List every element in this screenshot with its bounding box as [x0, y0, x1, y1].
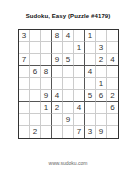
cell-r4c7: 4	[85, 66, 96, 78]
cell-r4c5	[63, 66, 74, 78]
cell-r9c7: 3	[85, 126, 96, 138]
cell-r5c2	[30, 78, 41, 90]
page-title: Sudoku, Easy (Puzzle #4179)	[0, 13, 136, 19]
cell-r1c2	[30, 30, 41, 42]
cell-r3c3	[41, 54, 52, 66]
cell-r4c9	[107, 66, 118, 78]
cell-r2c3	[41, 42, 52, 54]
cell-r5c4	[52, 78, 63, 90]
cell-r9c1	[19, 126, 30, 138]
cell-r8c6	[74, 114, 85, 126]
cell-r5c1	[19, 78, 30, 90]
cell-r2c6: 1	[74, 42, 85, 54]
cell-r7c4: 2	[52, 102, 63, 114]
cell-r9c8: 9	[96, 126, 107, 138]
cell-r8c8	[96, 114, 107, 126]
cell-r6c7: 5	[85, 90, 96, 102]
cell-r2c8: 3	[96, 42, 107, 54]
cell-r4c6	[74, 66, 85, 78]
cell-r9c4	[52, 126, 63, 138]
cell-r6c1	[19, 90, 30, 102]
cell-r4c1	[19, 66, 30, 78]
cell-r8c2	[30, 114, 41, 126]
cell-r1c1: 3	[19, 30, 30, 42]
cell-r8c5: 9	[63, 114, 74, 126]
cell-r1c7: 1	[85, 30, 96, 42]
cell-r9c6: 7	[74, 126, 85, 138]
cell-r9c2: 2	[30, 126, 41, 138]
cell-r1c6	[74, 30, 85, 42]
cell-r2c5	[63, 42, 74, 54]
cell-r5c6	[74, 78, 85, 90]
cell-r3c2	[30, 54, 41, 66]
cell-r1c3	[41, 30, 52, 42]
cell-r7c9: 6	[107, 102, 118, 114]
cell-r4c3: 8	[41, 66, 52, 78]
cell-r6c2	[30, 90, 41, 102]
cell-r3c6	[74, 54, 85, 66]
cell-r2c4	[52, 42, 63, 54]
cell-r2c7	[85, 42, 96, 54]
cell-r9c5	[63, 126, 74, 138]
cell-r3c9: 4	[107, 54, 118, 66]
cell-r7c3: 1	[41, 102, 52, 114]
cell-r8c7	[85, 114, 96, 126]
cell-r4c4	[52, 66, 63, 78]
cell-r1c4: 8	[52, 30, 63, 42]
cell-r9c9	[107, 126, 118, 138]
cell-r6c6	[74, 90, 85, 102]
cell-r6c4: 4	[52, 90, 63, 102]
cell-r6c3: 9	[41, 90, 52, 102]
cell-r4c2: 6	[30, 66, 41, 78]
cell-r6c8: 6	[96, 90, 107, 102]
cell-r8c3	[41, 114, 52, 126]
cell-r9c3	[41, 126, 52, 138]
cell-r1c5: 4	[63, 30, 74, 42]
cell-r1c9	[107, 30, 118, 42]
cell-r3c1: 7	[19, 54, 30, 66]
cell-r2c1	[19, 42, 30, 54]
cell-r6c9: 2	[107, 90, 118, 102]
cell-r7c1	[19, 102, 30, 114]
cell-r2c2	[30, 42, 41, 54]
cell-r1c8	[96, 30, 107, 42]
cell-r7c7	[85, 102, 96, 114]
cell-r7c5	[63, 102, 74, 114]
sudoku-grid: 38411379524684194562124692739	[18, 29, 119, 139]
cell-r5c7	[85, 78, 96, 90]
cell-r3c5: 5	[63, 54, 74, 66]
cell-r3c7	[85, 54, 96, 66]
footer-url: www.sudoku.com	[0, 160, 136, 166]
cell-r5c3	[41, 78, 52, 90]
cell-r8c1	[19, 114, 30, 126]
cell-r7c8	[96, 102, 107, 114]
cell-r5c9	[107, 78, 118, 90]
cell-r3c4: 9	[52, 54, 63, 66]
cell-r8c9	[107, 114, 118, 126]
cell-r7c6: 4	[74, 102, 85, 114]
cell-r6c5	[63, 90, 74, 102]
cell-r8c4	[52, 114, 63, 126]
cell-r5c8: 1	[96, 78, 107, 90]
cell-r7c2	[30, 102, 41, 114]
cell-r2c9	[107, 42, 118, 54]
cell-r3c8: 2	[96, 54, 107, 66]
cell-r5c5	[63, 78, 74, 90]
cell-r4c8	[96, 66, 107, 78]
